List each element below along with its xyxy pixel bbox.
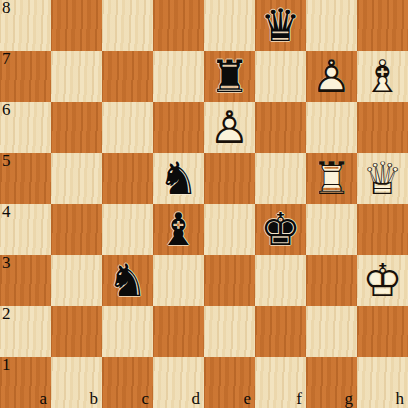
- white-pawn-fill: ♟: [306, 51, 357, 102]
- white-queen-fill: ♛: [357, 153, 408, 204]
- black-knight[interactable]: ♞: [153, 153, 204, 204]
- square-d3[interactable]: [153, 255, 204, 306]
- chess-board: 8♛7♜♟♙♝♗6♟♙5♞♜♖♛♕4♝♚3♞♚♔21abcdefgh: [0, 0, 408, 408]
- square-a4[interactable]: 4: [0, 204, 51, 255]
- square-b2[interactable]: [51, 306, 102, 357]
- square-c1[interactable]: c: [102, 357, 153, 408]
- square-b1[interactable]: b: [51, 357, 102, 408]
- square-e5[interactable]: [204, 153, 255, 204]
- file-label-d: d: [192, 389, 201, 408]
- square-f1[interactable]: f: [255, 357, 306, 408]
- file-label-c: c: [141, 389, 149, 408]
- square-a2[interactable]: 2: [0, 306, 51, 357]
- black-bishop[interactable]: ♝: [153, 204, 204, 255]
- square-f8[interactable]: ♛: [255, 0, 306, 51]
- square-f6[interactable]: [255, 102, 306, 153]
- white-pawn[interactable]: ♙: [204, 102, 255, 153]
- square-c8[interactable]: [102, 0, 153, 51]
- square-d7[interactable]: [153, 51, 204, 102]
- black-king[interactable]: ♚: [255, 204, 306, 255]
- file-label-a: a: [39, 389, 47, 408]
- square-d4[interactable]: ♝: [153, 204, 204, 255]
- square-b4[interactable]: [51, 204, 102, 255]
- file-label-g: g: [345, 389, 354, 408]
- white-queen[interactable]: ♕: [357, 153, 408, 204]
- rank-label-7: 7: [2, 49, 11, 69]
- square-b8[interactable]: [51, 0, 102, 51]
- square-d8[interactable]: [153, 0, 204, 51]
- square-e7[interactable]: ♜: [204, 51, 255, 102]
- square-h1[interactable]: h: [357, 357, 408, 408]
- square-h4[interactable]: [357, 204, 408, 255]
- square-a1[interactable]: 1a: [0, 357, 51, 408]
- square-g7[interactable]: ♟♙: [306, 51, 357, 102]
- white-rook[interactable]: ♖: [306, 153, 357, 204]
- rank-label-5: 5: [2, 151, 11, 171]
- square-d6[interactable]: [153, 102, 204, 153]
- square-d1[interactable]: d: [153, 357, 204, 408]
- square-a6[interactable]: 6: [0, 102, 51, 153]
- square-e1[interactable]: e: [204, 357, 255, 408]
- square-g1[interactable]: g: [306, 357, 357, 408]
- file-label-b: b: [90, 389, 99, 408]
- square-g8[interactable]: [306, 0, 357, 51]
- square-h8[interactable]: [357, 0, 408, 51]
- white-bishop[interactable]: ♗: [357, 51, 408, 102]
- square-c4[interactable]: [102, 204, 153, 255]
- square-f2[interactable]: [255, 306, 306, 357]
- square-a3[interactable]: 3: [0, 255, 51, 306]
- square-b5[interactable]: [51, 153, 102, 204]
- square-e8[interactable]: [204, 0, 255, 51]
- square-f4[interactable]: ♚: [255, 204, 306, 255]
- square-g4[interactable]: [306, 204, 357, 255]
- white-king-fill: ♚: [357, 255, 408, 306]
- square-d2[interactable]: [153, 306, 204, 357]
- white-bishop-fill: ♝: [357, 51, 408, 102]
- square-e3[interactable]: [204, 255, 255, 306]
- white-rook-fill: ♜: [306, 153, 357, 204]
- file-label-e: e: [243, 389, 251, 408]
- square-h2[interactable]: [357, 306, 408, 357]
- square-b3[interactable]: [51, 255, 102, 306]
- file-label-f: f: [296, 389, 302, 408]
- square-b6[interactable]: [51, 102, 102, 153]
- square-g2[interactable]: [306, 306, 357, 357]
- square-b7[interactable]: [51, 51, 102, 102]
- rank-label-8: 8: [2, 0, 11, 18]
- file-label-h: h: [396, 389, 405, 408]
- black-rook[interactable]: ♜: [204, 51, 255, 102]
- white-king[interactable]: ♔: [357, 255, 408, 306]
- square-c5[interactable]: [102, 153, 153, 204]
- square-a5[interactable]: 5: [0, 153, 51, 204]
- square-g6[interactable]: [306, 102, 357, 153]
- rank-label-6: 6: [2, 100, 11, 120]
- square-a8[interactable]: 8: [0, 0, 51, 51]
- square-a7[interactable]: 7: [0, 51, 51, 102]
- black-knight[interactable]: ♞: [102, 255, 153, 306]
- rank-label-2: 2: [2, 304, 11, 324]
- black-queen[interactable]: ♛: [255, 0, 306, 51]
- square-f3[interactable]: [255, 255, 306, 306]
- square-f7[interactable]: [255, 51, 306, 102]
- square-c7[interactable]: [102, 51, 153, 102]
- square-c2[interactable]: [102, 306, 153, 357]
- square-e6[interactable]: ♟♙: [204, 102, 255, 153]
- rank-label-3: 3: [2, 253, 11, 273]
- rank-label-4: 4: [2, 202, 11, 222]
- square-h5[interactable]: ♛♕: [357, 153, 408, 204]
- square-e2[interactable]: [204, 306, 255, 357]
- square-c3[interactable]: ♞: [102, 255, 153, 306]
- square-g3[interactable]: [306, 255, 357, 306]
- square-g5[interactable]: ♜♖: [306, 153, 357, 204]
- square-f5[interactable]: [255, 153, 306, 204]
- square-h3[interactable]: ♚♔: [357, 255, 408, 306]
- square-e4[interactable]: [204, 204, 255, 255]
- square-d5[interactable]: ♞: [153, 153, 204, 204]
- square-h7[interactable]: ♝♗: [357, 51, 408, 102]
- white-pawn-fill: ♟: [204, 102, 255, 153]
- square-h6[interactable]: [357, 102, 408, 153]
- rank-label-1: 1: [2, 355, 11, 375]
- square-c6[interactable]: [102, 102, 153, 153]
- white-pawn[interactable]: ♙: [306, 51, 357, 102]
